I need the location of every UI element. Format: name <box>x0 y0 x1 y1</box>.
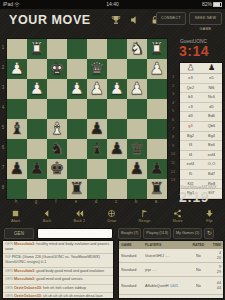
black-bishop-piece[interactable]: ♝ <box>87 139 107 159</box>
square[interactable]: ♟ <box>7 159 27 179</box>
square[interactable]: ♛ <box>87 59 107 79</box>
white-move[interactable]: f3 <box>180 141 201 150</box>
square[interactable] <box>7 99 27 119</box>
black-move[interactable]: Bd7 <box>201 170 222 179</box>
white-move[interactable]: Bg2 <box>180 132 201 141</box>
back-button[interactable]: Back <box>42 209 51 223</box>
file-label[interactable]: g <box>26 199 46 204</box>
square[interactable] <box>27 99 47 119</box>
white-king-piece[interactable]: ♚ <box>47 59 67 79</box>
move-row[interactable]: f3Be6 <box>180 141 222 151</box>
square[interactable] <box>47 99 67 119</box>
square[interactable] <box>67 159 87 179</box>
black-rook-piece[interactable]: ♜ <box>147 179 167 199</box>
games-table-header: GAMEPLAYERSRATEDTIME <box>119 241 223 249</box>
square[interactable] <box>67 39 87 59</box>
square[interactable] <box>107 119 127 139</box>
file-label[interactable]: f <box>46 199 66 204</box>
square[interactable] <box>7 39 27 59</box>
game-players[interactable]: jepi ---- <box>145 268 190 272</box>
black-pawn-piece[interactable]: ♟ <box>107 139 127 159</box>
player-rating[interactable]: 1405 <box>170 284 178 288</box>
move-row[interactable]: e3e5 <box>180 74 222 84</box>
square[interactable] <box>127 99 147 119</box>
chat-message-list[interactable]: GENMusculata3:healthy mind and body evol… <box>2 240 114 299</box>
game-time[interactable]: 929 <box>207 265 223 274</box>
square[interactable] <box>127 179 147 199</box>
square[interactable]: ♜ <box>147 39 167 59</box>
draw-button[interactable]: Draw <box>107 209 116 223</box>
chat-tag[interactable]: INF <box>5 255 11 259</box>
move-number[interactable]: 10 <box>168 151 178 156</box>
move-number[interactable]: 9 <box>168 143 178 148</box>
game-time[interactable]: 420 <box>207 251 223 260</box>
square[interactable]: ♜ <box>27 39 47 59</box>
move-row[interactable]: Qe2Nf6 <box>180 84 222 94</box>
chat-username[interactable]: OzzieOsborn33: <box>14 294 42 298</box>
square[interactable] <box>47 179 67 199</box>
toolbar-label[interactable]: Back 2 <box>74 219 86 223</box>
games-table-row[interactable]: StandardGuestGHIJ ----No420 <box>119 249 223 263</box>
white-knight-piece[interactable]: ♞ <box>127 39 147 59</box>
black-move[interactable]: exf4 <box>201 151 222 160</box>
black-move[interactable]: Nf6 <box>201 84 222 93</box>
trophy-icon[interactable] <box>111 15 121 25</box>
share-button[interactable]: Share <box>173 209 183 223</box>
player-clock: 2:19 <box>179 189 209 205</box>
move-number[interactable]: 1 <box>168 74 178 79</box>
white-pawn-piece[interactable]: ♟ <box>7 59 27 79</box>
chat-username[interactable]: OzzieOsborn33: <box>14 286 42 290</box>
black-knight-piece[interactable]: ♞ <box>47 139 67 159</box>
square[interactable]: ♜ <box>67 179 87 199</box>
square[interactable] <box>107 99 127 119</box>
black-move[interactable]: Be6 <box>201 141 222 150</box>
white-pawn-piece[interactable]: ♟ <box>127 79 147 99</box>
square[interactable] <box>127 59 147 79</box>
chat-text[interactable]: good mind and good senses <box>36 277 82 281</box>
game-time[interactable]: 4444 <box>207 281 223 290</box>
abort-button[interactable]: Abort <box>11 209 20 223</box>
white-move[interactable]: Qe2 <box>180 84 201 93</box>
square[interactable] <box>7 139 27 159</box>
white-pawn-piece[interactable]: ♟ <box>147 59 167 79</box>
game-time[interactable]: 3 <box>207 298 223 299</box>
move-row[interactable]: d3Bd6 <box>180 112 222 122</box>
rank-label[interactable]: 5 <box>0 125 6 130</box>
games-table-row[interactable]: Blitz No3 <box>119 295 223 299</box>
white-move[interactable]: e3 <box>180 74 201 83</box>
square[interactable] <box>107 179 127 199</box>
black-pawn-piece[interactable]: ♟ <box>87 119 107 139</box>
black-rook-piece[interactable]: ♜ <box>67 179 87 199</box>
square[interactable] <box>147 99 167 119</box>
black-move[interactable]: Nc6 <box>201 93 222 102</box>
game-rated[interactable]: No <box>190 284 207 288</box>
chat-message[interactable]: GENOzzieOsborn33:heh eh heh corken tubbu… <box>3 285 113 293</box>
game-rated[interactable]: No <box>190 298 207 299</box>
square[interactable] <box>87 179 107 199</box>
move-row[interactable]: b3Nc6 <box>180 93 222 103</box>
back2-icon[interactable] <box>75 209 84 218</box>
file-label[interactable]: b <box>126 199 146 204</box>
square[interactable] <box>147 79 167 99</box>
move-number[interactable]: 2 <box>168 83 178 88</box>
game-type[interactable]: Standard <box>119 268 145 272</box>
battery-percent: 82% <box>202 0 212 9</box>
square[interactable] <box>67 59 87 79</box>
move-number[interactable]: 4 <box>168 100 178 105</box>
games-col-header[interactable]: TIME <box>207 243 223 247</box>
white-move[interactable]: exf4 <box>180 160 201 169</box>
chat-message[interactable]: GENMusculata3:healthy mind and body evol… <box>3 241 113 254</box>
square[interactable] <box>107 159 127 179</box>
white-move[interactable]: b3 <box>180 93 201 102</box>
square[interactable] <box>87 159 107 179</box>
square[interactable]: ♟ <box>87 119 107 139</box>
refresh-icon[interactable]: ↻ <box>204 228 214 239</box>
abort-icon[interactable] <box>11 209 20 218</box>
move-number[interactable]: 6 <box>168 117 178 122</box>
square[interactable] <box>107 59 127 79</box>
square[interactable]: ♚ <box>47 159 67 179</box>
games-table-row[interactable]: StandardAffableQuietH 1405No4444 <box>119 277 223 295</box>
white-pawn-piece[interactable]: ♟ <box>27 79 47 99</box>
white-move[interactable]: d3 <box>180 112 201 121</box>
opponent-clock: 3:14 <box>179 43 209 59</box>
chat-username[interactable]: Musculata3: <box>14 269 35 273</box>
file-label[interactable]: h <box>6 199 26 204</box>
square[interactable]: ♟ <box>107 79 127 99</box>
chat-username[interactable]: FICS: <box>12 255 22 259</box>
square[interactable] <box>27 59 47 79</box>
square[interactable]: ♞ <box>127 39 147 59</box>
move-row[interactable]: f5Bd7 <box>180 170 222 180</box>
battery-icon <box>213 2 222 8</box>
black-move[interactable]: Bd6 <box>201 112 222 121</box>
move-number[interactable]: 3 <box>168 91 178 96</box>
black-pawn-icon: ♟ <box>201 63 222 73</box>
chess-board[interactable]: ♜♞♜♟♚♛♟♟♟♟♟♟♝♝♟♞♝♟♛♟♟♚♟♟♜♜ <box>6 38 168 200</box>
square[interactable] <box>47 79 67 99</box>
file-label[interactable]: a <box>146 199 166 204</box>
white-pawn-piece[interactable]: ♟ <box>87 79 107 99</box>
chat-message[interactable]: INFFICS:{Game 226 (GuestUONC vs. YourMov… <box>3 254 113 267</box>
chat-tag[interactable]: GEN <box>5 269 13 273</box>
game-players[interactable]: GuestGHIJ ---- <box>145 254 190 258</box>
square[interactable]: ♟ <box>127 159 147 179</box>
chat-message[interactable]: GENMusculata3:good body good mind and go… <box>3 268 113 276</box>
app-title: YOUR MOVE <box>9 13 91 27</box>
rank-label[interactable]: 2 <box>0 65 6 70</box>
move-number[interactable]: 13 <box>168 177 178 182</box>
chat-input[interactable] <box>37 228 113 239</box>
square[interactable]: ♝ <box>87 139 107 159</box>
chat-tag[interactable]: GEN <box>5 294 13 298</box>
chat-channel-tab[interactable]: GEN <box>4 228 34 239</box>
rank-label[interactable]: 4 <box>0 105 6 110</box>
square[interactable]: ♟ <box>147 59 167 79</box>
move-row[interactable]: f4exf4 <box>180 151 222 161</box>
square[interactable]: ♟ <box>7 59 27 79</box>
game-type[interactable]: Blitz <box>119 298 145 299</box>
black-queen-piece[interactable]: ♛ <box>127 139 147 159</box>
square[interactable] <box>147 119 167 139</box>
square[interactable] <box>107 39 127 59</box>
status-bar: iPad 14:40 82% <box>0 0 225 9</box>
square[interactable] <box>7 179 27 199</box>
white-move[interactable]: f5 <box>180 170 201 179</box>
square[interactable]: ♛ <box>127 139 147 159</box>
seek-new-game-button[interactable]: SEEK NEW GAME <box>189 12 222 25</box>
move-row[interactable]: c3d5 <box>180 103 222 113</box>
square[interactable] <box>7 79 27 99</box>
rank-label[interactable]: 8 <box>0 185 6 190</box>
square[interactable]: ♚ <box>47 59 67 79</box>
chat-text[interactable]: good body good mind and good evolution <box>36 269 104 273</box>
square[interactable] <box>87 99 107 119</box>
chat-message[interactable]: GENOzzieOsborn33:uh uh uh uh uh uh ensio… <box>3 293 113 299</box>
chat-text[interactable]: heh eh heh corken tubbup <box>43 286 86 290</box>
move-list-header: ♟ ♟ <box>180 63 222 74</box>
toolbar-label[interactable]: Draw <box>107 219 116 223</box>
rank-label[interactable]: 6 <box>0 145 6 150</box>
games-table[interactable]: GAMEPLAYERSRATEDTIME StandardGuestGHIJ -… <box>118 240 224 299</box>
app-window: iPad 14:40 82% YOUR MOVE CONNECT SEEK NE… <box>0 0 225 300</box>
black-pawn-piece[interactable]: ♟ <box>7 159 27 179</box>
move-number[interactable]: 8 <box>168 134 178 139</box>
games-col-header[interactable]: GAME <box>119 243 145 247</box>
toolbar-label[interactable]: Resign <box>139 219 151 223</box>
game-rated[interactable]: No <box>190 254 207 258</box>
black-king-piece[interactable]: ♚ <box>47 159 67 179</box>
square[interactable] <box>87 39 107 59</box>
move-number[interactable]: 11 <box>168 160 178 165</box>
black-move[interactable]: Bg4 <box>201 132 222 141</box>
game-rated[interactable]: No <box>190 268 207 272</box>
square[interactable]: ♝ <box>47 119 67 139</box>
white-pawn-piece[interactable]: ♟ <box>107 79 127 99</box>
black-move[interactable]: Qb6 <box>201 122 222 131</box>
resign-icon[interactable] <box>140 209 149 218</box>
move-list[interactable]: ♟ ♟ e3e5Qe2Nf6b3Nc6c3d5d3Bd6g3Qb6Bg2Bg4f… <box>179 62 223 200</box>
file-label[interactable]: d <box>86 199 106 204</box>
square[interactable] <box>27 139 47 159</box>
move-row[interactable]: exf4O-O <box>180 160 222 170</box>
game-type[interactable]: Standard <box>119 284 145 288</box>
chat-tag[interactable]: GEN <box>5 277 13 281</box>
game-toolbar: AbortBackBack 2DrawResignShareFlip <box>0 206 225 226</box>
move-number[interactable]: 7 <box>168 126 178 131</box>
games-col-header[interactable]: PLAYERS <box>145 243 190 247</box>
square[interactable]: ♟ <box>27 159 47 179</box>
player-rating[interactable]: ---- <box>152 268 157 272</box>
white-pawn-piece[interactable]: ♟ <box>67 79 87 99</box>
status-time: 14:40 <box>0 0 225 9</box>
white-move[interactable]: g3 <box>180 122 201 131</box>
toolbar-label[interactable]: Back <box>43 219 51 223</box>
square[interactable] <box>67 139 87 159</box>
square[interactable]: ♟ <box>87 79 107 99</box>
rank-label[interactable]: 7 <box>0 165 6 170</box>
square[interactable] <box>147 139 167 159</box>
white-bishop-piece[interactable]: ♝ <box>47 119 67 139</box>
square[interactable]: ♟ <box>67 79 87 99</box>
games-col-header[interactable]: RATED <box>190 243 207 247</box>
share-icon[interactable] <box>173 209 182 218</box>
move-number[interactable]: 12 <box>168 169 178 174</box>
rank-label[interactable]: 3 <box>0 85 6 90</box>
file-label[interactable]: e <box>66 199 86 204</box>
flip-icon[interactable] <box>205 209 214 218</box>
tab-my-games[interactable]: My Games (1) <box>173 228 202 239</box>
chat-username[interactable]: Musculata3: <box>14 242 35 246</box>
resign-button[interactable]: Resign <box>139 209 151 223</box>
black-move[interactable]: e5 <box>201 74 222 83</box>
black-pawn-piece[interactable]: ♟ <box>127 159 147 179</box>
black-move[interactable]: O-O <box>201 160 222 169</box>
chat-username[interactable]: Musculata3: <box>14 277 35 281</box>
square[interactable]: ♝ <box>7 119 27 139</box>
move-row[interactable]: g3Qb6 <box>180 122 222 132</box>
square[interactable] <box>127 119 147 139</box>
chat-message[interactable]: GENMusculata3:good mind and good senses <box>3 276 113 284</box>
square[interactable] <box>67 119 87 139</box>
game-type[interactable]: Standard <box>119 254 145 258</box>
games-tabs: Bought (7) Playing (513) My Games (1) ↻ <box>118 228 224 239</box>
toolbar-label[interactable]: Share <box>173 219 183 223</box>
flip-button[interactable]: Flip <box>205 209 214 223</box>
file-label[interactable]: c <box>106 199 126 204</box>
toolbar-label[interactable]: Flip <box>206 219 212 223</box>
square[interactable] <box>47 39 67 59</box>
toolbar-label[interactable]: Abort <box>11 219 20 223</box>
black-bishop-piece[interactable]: ♝ <box>7 119 27 139</box>
connect-button[interactable]: CONNECT <box>156 12 186 25</box>
rank-label[interactable]: 1 <box>0 45 6 50</box>
square[interactable]: ♟ <box>147 159 167 179</box>
white-rook-piece[interactable]: ♜ <box>147 39 167 59</box>
move-row[interactable]: Bg2Bg4 <box>180 132 222 142</box>
chat-tag[interactable]: GEN <box>5 286 13 290</box>
square[interactable] <box>67 99 87 119</box>
tab-playing[interactable]: Playing (513) <box>143 228 171 239</box>
white-pawn-icon: ♟ <box>180 63 201 73</box>
player-rating[interactable]: ---- <box>165 254 170 258</box>
black-pawn-piece[interactable]: ♟ <box>27 159 47 179</box>
square[interactable]: ♜ <box>147 179 167 199</box>
square[interactable]: ♟ <box>107 139 127 159</box>
black-pawn-piece[interactable]: ♟ <box>147 159 167 179</box>
white-rook-piece[interactable]: ♜ <box>27 39 47 59</box>
black-move[interactable]: d5 <box>201 103 222 112</box>
square[interactable]: ♞ <box>47 139 67 159</box>
game-players[interactable]: AffableQuietH 1405 <box>145 284 190 288</box>
white-move[interactable]: f4 <box>180 151 201 160</box>
games-table-row[interactable]: Standardjepi ----No929 <box>119 263 223 277</box>
white-queen-piece[interactable]: ♛ <box>87 59 107 79</box>
move-number[interactable]: 5 <box>168 108 178 113</box>
square[interactable]: ♟ <box>27 79 47 99</box>
square[interactable] <box>27 119 47 139</box>
square[interactable] <box>27 179 47 199</box>
chat-tag[interactable]: GEN <box>5 242 13 246</box>
back-2-button[interactable]: Back 2 <box>74 209 86 223</box>
tab-bought[interactable]: Bought (7) <box>118 228 141 239</box>
back-icon[interactable] <box>42 209 51 218</box>
square[interactable]: ♟ <box>127 79 147 99</box>
draw-icon[interactable] <box>107 209 116 218</box>
speaker-icon[interactable] <box>130 15 140 25</box>
white-move[interactable]: c3 <box>180 103 201 112</box>
